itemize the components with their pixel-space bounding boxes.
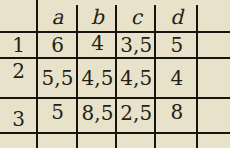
cell-1-d[interactable]: 5 xyxy=(156,32,199,58)
cell-3-c[interactable]: 2,5 xyxy=(117,95,156,130)
cell-4-c xyxy=(117,133,156,148)
row-label-3: 3 xyxy=(0,101,37,136)
cell-3-spare[interactable] xyxy=(198,98,230,133)
grid-line-vertical-1 xyxy=(36,0,38,148)
grid-line-vertical-4 xyxy=(154,5,156,148)
col-header-d: d xyxy=(156,0,199,32)
col-header-b: b xyxy=(78,0,117,32)
row-label-1: 1 xyxy=(0,32,37,58)
col-header-a: a xyxy=(37,0,78,32)
grid-line-horizontal-3 xyxy=(0,97,230,99)
grid-line-horizontal-2 xyxy=(0,57,230,59)
grid-line-vertical-5 xyxy=(196,5,198,148)
cell-3-a[interactable]: 5 xyxy=(37,94,78,129)
cell-3-d[interactable]: 8 xyxy=(156,94,199,129)
cell-4-b xyxy=(78,133,117,148)
col-header-spare xyxy=(198,0,230,32)
grid-line-vertical-2 xyxy=(76,5,78,148)
cell-4-a xyxy=(37,133,78,148)
col-header-c: c xyxy=(117,0,156,32)
cell-2-d[interactable]: 4 xyxy=(156,58,199,99)
cell-2-c[interactable]: 4,5 xyxy=(117,58,156,99)
cell-2-b[interactable]: 4,5 xyxy=(78,58,117,99)
grid-line-vertical-3 xyxy=(115,5,117,148)
row-label-2: 2 xyxy=(0,58,37,99)
cell-1-c[interactable]: 3,5 xyxy=(117,32,156,58)
cell-4-d xyxy=(156,133,199,148)
cell-1-b[interactable]: 4 xyxy=(78,32,117,58)
grid-line-horizontal-1 xyxy=(0,31,230,33)
grid-line-horizontal-4 xyxy=(0,132,230,134)
cell-2-spare[interactable] xyxy=(198,58,230,99)
cell-1-spare[interactable] xyxy=(198,32,230,58)
cell-3-b[interactable]: 8,5 xyxy=(78,95,117,130)
number-table: a b c d 1 6 4 3,5 5 2 5,5 4,5 4,5 4 3 5 … xyxy=(0,0,230,148)
corner-cell xyxy=(0,0,37,32)
cell-2-a[interactable]: 5,5 xyxy=(37,58,78,99)
cell-4-spare xyxy=(198,133,230,148)
cell-1-a[interactable]: 6 xyxy=(37,32,78,58)
